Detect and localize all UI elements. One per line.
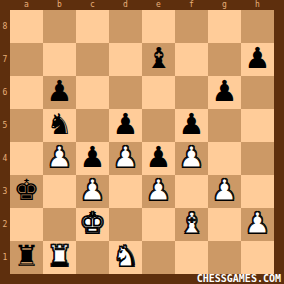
square-c1[interactable] <box>76 241 109 274</box>
piece-black-knight-b5[interactable]: ♞ <box>47 110 73 139</box>
square-h4[interactable] <box>241 142 274 175</box>
square-f6[interactable] <box>175 76 208 109</box>
square-d7[interactable] <box>109 43 142 76</box>
square-f5[interactable]: ♟ <box>175 109 208 142</box>
piece-black-pawn-e4[interactable]: ♟ <box>146 143 172 172</box>
square-h6[interactable] <box>241 76 274 109</box>
square-d1[interactable]: ♞ <box>109 241 142 274</box>
square-c6[interactable] <box>76 76 109 109</box>
piece-black-bishop-e7[interactable]: ♝ <box>146 44 172 73</box>
square-e8[interactable] <box>142 10 175 43</box>
square-h8[interactable] <box>241 10 274 43</box>
square-a6[interactable] <box>10 76 43 109</box>
square-b7[interactable] <box>43 43 76 76</box>
piece-white-knight-d1[interactable]: ♞ <box>113 242 139 271</box>
piece-white-pawn-d4[interactable]: ♟ <box>113 143 139 172</box>
square-b3[interactable] <box>43 175 76 208</box>
square-d6[interactable] <box>109 76 142 109</box>
piece-black-pawn-d5[interactable]: ♟ <box>113 110 139 139</box>
square-g7[interactable] <box>208 43 241 76</box>
rank-label-8: 8 <box>0 10 10 43</box>
file-label-b: b <box>43 0 76 10</box>
piece-black-pawn-h7[interactable]: ♟ <box>245 44 271 73</box>
square-c8[interactable] <box>76 10 109 43</box>
square-d5[interactable]: ♟ <box>109 109 142 142</box>
square-g8[interactable] <box>208 10 241 43</box>
piece-black-rook-a1[interactable]: ♜ <box>14 242 40 271</box>
piece-white-pawn-h2[interactable]: ♟ <box>245 209 271 238</box>
square-f3[interactable] <box>175 175 208 208</box>
square-a7[interactable] <box>10 43 43 76</box>
file-labels: abcdefgh <box>10 0 274 10</box>
square-f7[interactable] <box>175 43 208 76</box>
square-g1[interactable] <box>208 241 241 274</box>
square-g5[interactable] <box>208 109 241 142</box>
square-c5[interactable] <box>76 109 109 142</box>
piece-black-pawn-g6[interactable]: ♟ <box>212 77 238 106</box>
piece-white-pawn-e3[interactable]: ♟ <box>146 176 172 205</box>
square-a3[interactable]: ♚ <box>10 175 43 208</box>
piece-black-pawn-c4[interactable]: ♟ <box>80 143 106 172</box>
square-c7[interactable] <box>76 43 109 76</box>
square-g2[interactable] <box>208 208 241 241</box>
square-b6[interactable]: ♟ <box>43 76 76 109</box>
square-f4[interactable]: ♟ <box>175 142 208 175</box>
rank-labels: 87654321 <box>0 10 10 274</box>
square-e6[interactable] <box>142 76 175 109</box>
square-b8[interactable] <box>43 10 76 43</box>
square-d3[interactable] <box>109 175 142 208</box>
square-e1[interactable] <box>142 241 175 274</box>
square-c3[interactable]: ♟ <box>76 175 109 208</box>
square-c4[interactable]: ♟ <box>76 142 109 175</box>
square-f8[interactable] <box>175 10 208 43</box>
square-b1[interactable]: ♜ <box>43 241 76 274</box>
square-b5[interactable]: ♞ <box>43 109 76 142</box>
piece-black-pawn-f5[interactable]: ♟ <box>179 110 205 139</box>
square-h2[interactable]: ♟ <box>241 208 274 241</box>
square-a4[interactable] <box>10 142 43 175</box>
square-a5[interactable] <box>10 109 43 142</box>
chess-board: ♝♟♟♟♞♟♟♟♟♟♟♟♚♟♟♟♚♝♟♜♜♞ <box>10 10 274 274</box>
piece-black-king-a3[interactable]: ♚ <box>14 176 40 205</box>
rank-label-2: 2 <box>0 208 10 241</box>
file-label-f: f <box>175 0 208 10</box>
rank-label-5: 5 <box>0 109 10 142</box>
piece-white-pawn-b4[interactable]: ♟ <box>47 143 73 172</box>
rank-label-4: 4 <box>0 142 10 175</box>
square-b2[interactable] <box>43 208 76 241</box>
square-e5[interactable] <box>142 109 175 142</box>
square-a2[interactable] <box>10 208 43 241</box>
file-label-g: g <box>208 0 241 10</box>
piece-white-pawn-c3[interactable]: ♟ <box>80 176 106 205</box>
file-label-h: h <box>241 0 274 10</box>
square-h7[interactable]: ♟ <box>241 43 274 76</box>
square-d4[interactable]: ♟ <box>109 142 142 175</box>
rank-label-6: 6 <box>0 76 10 109</box>
rank-label-1: 1 <box>0 241 10 274</box>
square-a1[interactable]: ♜ <box>10 241 43 274</box>
square-g6[interactable]: ♟ <box>208 76 241 109</box>
square-h3[interactable] <box>241 175 274 208</box>
branding-watermark: CHESSGAMES.COM <box>197 274 281 284</box>
square-f1[interactable] <box>175 241 208 274</box>
file-label-c: c <box>76 0 109 10</box>
piece-white-king-c2[interactable]: ♚ <box>80 209 106 238</box>
piece-white-pawn-f4[interactable]: ♟ <box>179 143 205 172</box>
square-g3[interactable]: ♟ <box>208 175 241 208</box>
square-h5[interactable] <box>241 109 274 142</box>
square-a8[interactable] <box>10 10 43 43</box>
file-label-a: a <box>10 0 43 10</box>
square-b4[interactable]: ♟ <box>43 142 76 175</box>
rank-label-7: 7 <box>0 43 10 76</box>
square-h1[interactable] <box>241 241 274 274</box>
square-e4[interactable]: ♟ <box>142 142 175 175</box>
piece-black-pawn-b6[interactable]: ♟ <box>47 77 73 106</box>
square-f2[interactable]: ♝ <box>175 208 208 241</box>
square-e7[interactable]: ♝ <box>142 43 175 76</box>
piece-white-pawn-g3[interactable]: ♟ <box>212 176 238 205</box>
square-c2[interactable]: ♚ <box>76 208 109 241</box>
square-d2[interactable] <box>109 208 142 241</box>
square-d8[interactable] <box>109 10 142 43</box>
file-label-e: e <box>142 0 175 10</box>
rank-label-3: 3 <box>0 175 10 208</box>
chessboard-frame: abcdefgh 87654321 ♝♟♟♟♞♟♟♟♟♟♟♟♚♟♟♟♚♝♟♜♜♞… <box>0 0 284 284</box>
piece-white-bishop-f2[interactable]: ♝ <box>179 209 205 238</box>
square-e2[interactable] <box>142 208 175 241</box>
square-g4[interactable] <box>208 142 241 175</box>
piece-white-rook-b1[interactable]: ♜ <box>47 242 73 271</box>
file-label-d: d <box>109 0 142 10</box>
square-e3[interactable]: ♟ <box>142 175 175 208</box>
